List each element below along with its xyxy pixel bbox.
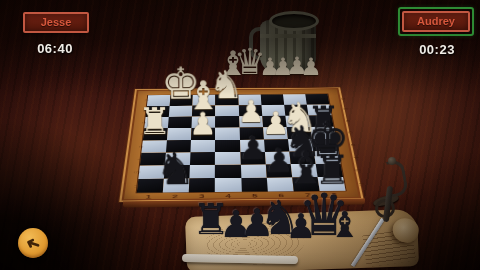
frame-letter: a	[324, 96, 348, 102]
square-r3-c3[interactable]	[215, 128, 239, 140]
white-pawn[interactable]: ♟	[189, 108, 217, 139]
square-r2-c4[interactable]: ♟	[239, 116, 263, 128]
square-r2-c3[interactable]	[215, 116, 239, 128]
square-r7-c1[interactable]: ♞	[163, 178, 190, 192]
game-screen: ♝♛♟♟♟♟ ♚♞♝♟♜♟♟♞♜♟♞♚♟♞♝♜ 12345678 abcdefg…	[0, 0, 480, 270]
white-rook[interactable]: ♜	[138, 103, 172, 140]
square-r6-c3[interactable]	[215, 165, 241, 179]
active-turn-indicator: Audrey	[398, 7, 474, 36]
square-r5-c4[interactable]: ♟	[240, 152, 266, 165]
square-r7-c3[interactable]	[215, 178, 241, 192]
frame-letter: g	[117, 169, 144, 176]
player-plate-white: Jesse	[23, 12, 89, 33]
sword-pommel	[388, 157, 396, 165]
square-r3-c0[interactable]: ♜	[143, 128, 168, 140]
square-r4-c3[interactable]	[215, 140, 240, 153]
black-clock: 00:23	[402, 42, 472, 57]
square-r6-c4[interactable]	[240, 164, 266, 178]
captured-black-bishop: ♝	[329, 208, 360, 243]
square-r3-c2[interactable]: ♟	[191, 128, 215, 140]
square-r5-c3[interactable]	[215, 152, 240, 165]
player-plate-black: Audrey	[402, 11, 470, 32]
white-clock: 06:40	[20, 41, 90, 56]
black-pawn[interactable]: ♟	[238, 132, 267, 164]
back-arrow-icon: ➜	[24, 233, 43, 254]
back-button[interactable]: ➜	[18, 228, 48, 258]
black-knight[interactable]: ♞	[156, 147, 196, 192]
white-pawn[interactable]: ♟	[237, 97, 265, 128]
board-squares[interactable]: ♚♞♝♟♜♟♟♞♜♟♞♚♟♞♝♜	[136, 93, 347, 193]
